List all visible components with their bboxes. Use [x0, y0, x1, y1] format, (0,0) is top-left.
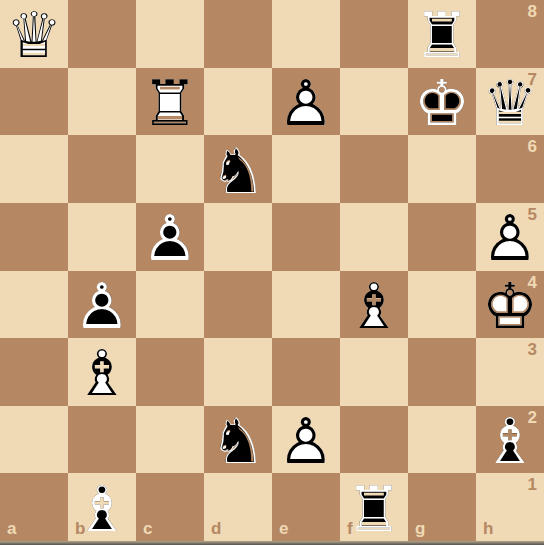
square-c3[interactable]	[136, 338, 204, 406]
square-g1[interactable]: g	[408, 473, 476, 541]
piece-white-queen[interactable]: ♛♕	[0, 0, 68, 68]
square-a3[interactable]	[0, 338, 68, 406]
square-d8[interactable]	[204, 0, 272, 68]
square-c4[interactable]	[136, 271, 204, 339]
square-c6[interactable]	[136, 135, 204, 203]
white-rook-outline-glyph: ♖	[136, 70, 204, 138]
square-f4[interactable]: ♝♗	[340, 271, 408, 339]
chess-board: ♛♕♜♖8♜♖♟♙♚♔7♛♕♞♘6♟♙5♟♙♟♙♝♗4♚♔♝♗3♞♘♟♙2♝♗a…	[0, 0, 544, 541]
square-a2[interactable]	[0, 406, 68, 474]
piece-black-knight[interactable]: ♞♘	[204, 135, 272, 203]
file-label-g: g	[415, 520, 425, 537]
square-e6[interactable]	[272, 135, 340, 203]
square-d1[interactable]: d	[204, 473, 272, 541]
black-bishop-outline-glyph: ♗	[476, 408, 544, 476]
square-f2[interactable]	[340, 406, 408, 474]
square-e1[interactable]: e	[272, 473, 340, 541]
square-d6[interactable]: ♞♘	[204, 135, 272, 203]
square-h2[interactable]: 2♝♗	[476, 406, 544, 474]
piece-black-queen[interactable]: ♛♕	[476, 68, 544, 136]
square-g4[interactable]	[408, 271, 476, 339]
square-b8[interactable]	[68, 0, 136, 68]
piece-white-king[interactable]: ♚♔	[476, 271, 544, 339]
square-d4[interactable]	[204, 271, 272, 339]
square-e5[interactable]	[272, 203, 340, 271]
square-h3[interactable]: 3	[476, 338, 544, 406]
square-b1[interactable]: b♝♗	[68, 473, 136, 541]
square-h6[interactable]: 6	[476, 135, 544, 203]
square-g3[interactable]	[408, 338, 476, 406]
white-queen-outline-glyph: ♕	[0, 2, 68, 70]
black-knight-outline-glyph: ♘	[204, 137, 272, 205]
black-pawn-outline-glyph: ♙	[136, 205, 204, 273]
file-label-h: h	[483, 520, 493, 537]
square-a6[interactable]	[0, 135, 68, 203]
square-b5[interactable]	[68, 203, 136, 271]
square-h8[interactable]: 8	[476, 0, 544, 68]
black-bishop-outline-glyph: ♗	[68, 475, 136, 543]
piece-white-bishop[interactable]: ♝♗	[68, 338, 136, 406]
square-e4[interactable]	[272, 271, 340, 339]
square-f6[interactable]	[340, 135, 408, 203]
piece-white-bishop[interactable]: ♝♗	[340, 271, 408, 339]
square-b7[interactable]	[68, 68, 136, 136]
square-d5[interactable]	[204, 203, 272, 271]
square-e7[interactable]: ♟♙	[272, 68, 340, 136]
black-king-outline-glyph: ♔	[408, 70, 476, 138]
white-king-outline-glyph: ♔	[476, 273, 544, 341]
square-g5[interactable]	[408, 203, 476, 271]
black-rook-outline-glyph: ♖	[340, 475, 408, 543]
square-h4[interactable]: 4♚♔	[476, 271, 544, 339]
square-b6[interactable]	[68, 135, 136, 203]
square-c5[interactable]: ♟♙	[136, 203, 204, 271]
rank-label-1: 1	[528, 476, 537, 493]
rank-label-6: 6	[528, 138, 537, 155]
piece-black-bishop[interactable]: ♝♗	[476, 406, 544, 474]
square-h7[interactable]: 7♛♕	[476, 68, 544, 136]
square-g6[interactable]	[408, 135, 476, 203]
square-b4[interactable]: ♟♙	[68, 271, 136, 339]
white-bishop-outline-glyph: ♗	[68, 340, 136, 408]
square-g2[interactable]	[408, 406, 476, 474]
square-b2[interactable]	[68, 406, 136, 474]
black-knight-outline-glyph: ♘	[204, 408, 272, 476]
square-a7[interactable]	[0, 68, 68, 136]
piece-black-rook[interactable]: ♜♖	[408, 0, 476, 68]
file-label-c: c	[143, 520, 152, 537]
square-g7[interactable]: ♚♔	[408, 68, 476, 136]
square-f5[interactable]	[340, 203, 408, 271]
piece-white-pawn[interactable]: ♟♙	[272, 406, 340, 474]
square-h1[interactable]: h1	[476, 473, 544, 541]
rank-label-3: 3	[528, 341, 537, 358]
black-pawn-outline-glyph: ♙	[68, 273, 136, 341]
piece-black-knight[interactable]: ♞♘	[204, 406, 272, 474]
square-a5[interactable]	[0, 203, 68, 271]
piece-black-pawn[interactable]: ♟♙	[136, 203, 204, 271]
black-rook-outline-glyph: ♖	[408, 2, 476, 70]
file-label-e: e	[279, 520, 288, 537]
square-d7[interactable]	[204, 68, 272, 136]
square-e3[interactable]	[272, 338, 340, 406]
square-c8[interactable]	[136, 0, 204, 68]
square-g8[interactable]: ♜♖	[408, 0, 476, 68]
piece-black-king[interactable]: ♚♔	[408, 68, 476, 136]
square-c2[interactable]	[136, 406, 204, 474]
white-pawn-outline-glyph: ♙	[272, 70, 340, 138]
square-c1[interactable]: c	[136, 473, 204, 541]
rank-label-8: 8	[528, 3, 537, 20]
square-d3[interactable]	[204, 338, 272, 406]
square-c7[interactable]: ♜♖	[136, 68, 204, 136]
white-bishop-outline-glyph: ♗	[340, 273, 408, 341]
white-pawn-outline-glyph: ♙	[272, 408, 340, 476]
square-e2[interactable]: ♟♙	[272, 406, 340, 474]
square-b3[interactable]: ♝♗	[68, 338, 136, 406]
square-f8[interactable]	[340, 0, 408, 68]
square-a1[interactable]: a	[0, 473, 68, 541]
piece-black-rook[interactable]: ♜♖	[340, 473, 408, 541]
piece-black-bishop[interactable]: ♝♗	[68, 473, 136, 541]
square-f7[interactable]	[340, 68, 408, 136]
piece-white-rook[interactable]: ♜♖	[136, 68, 204, 136]
black-queen-outline-glyph: ♕	[476, 70, 544, 138]
piece-white-pawn[interactable]: ♟♙	[272, 68, 340, 136]
piece-white-pawn[interactable]: ♟♙	[476, 203, 544, 271]
piece-black-pawn[interactable]: ♟♙	[68, 271, 136, 339]
square-e8[interactable]	[272, 0, 340, 68]
square-d2[interactable]: ♞♘	[204, 406, 272, 474]
white-pawn-outline-glyph: ♙	[476, 205, 544, 273]
file-label-a: a	[7, 520, 16, 537]
file-label-d: d	[211, 520, 221, 537]
square-f1[interactable]: f♜♖	[340, 473, 408, 541]
square-a8[interactable]: ♛♕	[0, 0, 68, 68]
square-f3[interactable]	[340, 338, 408, 406]
square-a4[interactable]	[0, 271, 68, 339]
square-h5[interactable]: 5♟♙	[476, 203, 544, 271]
